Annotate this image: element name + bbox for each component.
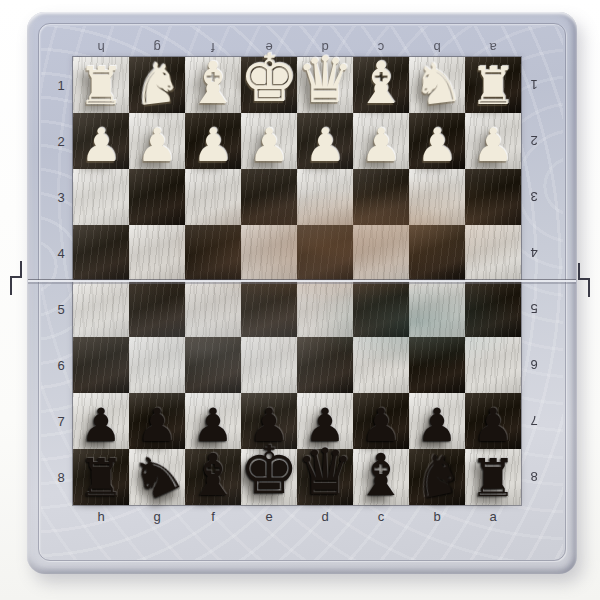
square-f6[interactable] xyxy=(185,337,241,393)
square-h5[interactable] xyxy=(73,281,129,337)
rank-label-left-2: 2 xyxy=(53,113,69,169)
piece-black-rook-h8[interactable]: ♜ xyxy=(78,452,125,504)
file-label-bottom-c: c xyxy=(353,508,409,524)
file-label-bottom-a: a xyxy=(465,508,521,524)
rank-label-right-8: 8 xyxy=(526,449,542,505)
square-d3[interactable] xyxy=(297,169,353,225)
square-a3[interactable] xyxy=(465,169,521,225)
piece-cell-h7: ♟ xyxy=(73,393,129,449)
square-g5[interactable] xyxy=(129,281,185,337)
square-d4[interactable] xyxy=(297,225,353,281)
piece-cell-a8: ♜ xyxy=(465,449,521,505)
rank-label-right-1: 1 xyxy=(526,57,542,113)
piece-cell-c1: ♝ xyxy=(353,57,409,113)
piece-cell-a1: ♜ xyxy=(465,57,521,113)
square-f3[interactable] xyxy=(185,169,241,225)
piece-cell-b1: ♞ xyxy=(409,57,465,113)
rank-label-left-7: 7 xyxy=(53,393,69,449)
piece-white-rook-a1[interactable]: ♜ xyxy=(470,60,517,112)
piece-cell-b7: ♟ xyxy=(409,393,465,449)
piece-black-rook-a8[interactable]: ♜ xyxy=(470,452,517,504)
photo-stage: 1234567812345678hgfedcbahgfedcba ♜♞♝♚♛♝♞… xyxy=(0,0,600,600)
piece-cell-e2: ♟ xyxy=(241,113,297,169)
rank-label-right-4: 4 xyxy=(526,225,542,281)
rank-label-left-4: 4 xyxy=(53,225,69,281)
rank-label-right-6: 6 xyxy=(526,337,542,393)
square-a5[interactable] xyxy=(465,281,521,337)
piece-white-knight-g1[interactable]: ♞ xyxy=(129,53,186,115)
square-c3[interactable] xyxy=(353,169,409,225)
piece-white-pawn-d2[interactable]: ♟ xyxy=(304,122,345,168)
square-c5[interactable] xyxy=(353,281,409,337)
piece-cell-b2: ♟ xyxy=(409,113,465,169)
piece-white-pawn-a2[interactable]: ♟ xyxy=(472,122,513,168)
piece-black-queen-d8[interactable]: ♛ xyxy=(296,440,353,504)
rank-label-left-6: 6 xyxy=(53,337,69,393)
file-label-bottom-h: h xyxy=(73,508,129,524)
piece-black-bishop-c8[interactable]: ♝ xyxy=(355,446,407,504)
square-h6[interactable] xyxy=(73,337,129,393)
square-g4[interactable] xyxy=(129,225,185,281)
piece-white-bishop-f1[interactable]: ♝ xyxy=(187,54,239,112)
hinge-clasp-right-icon xyxy=(576,262,592,298)
piece-black-king-e8[interactable]: ♚ xyxy=(239,438,298,504)
piece-white-pawn-e2[interactable]: ♟ xyxy=(248,122,289,168)
square-f4[interactable] xyxy=(185,225,241,281)
piece-cell-e8: ♚ xyxy=(241,449,297,505)
square-d6[interactable] xyxy=(297,337,353,393)
piece-cell-b8: ♞ xyxy=(409,449,465,505)
piece-cell-f2: ♟ xyxy=(185,113,241,169)
piece-cell-d8: ♛ xyxy=(297,449,353,505)
piece-cell-f8: ♝ xyxy=(185,449,241,505)
square-e3[interactable] xyxy=(241,169,297,225)
file-label-top-a: a xyxy=(465,40,521,56)
square-b4[interactable] xyxy=(409,225,465,281)
hinge-clasp-left-icon xyxy=(8,260,24,296)
file-label-top-h: h xyxy=(73,40,129,56)
piece-cell-d2: ♟ xyxy=(297,113,353,169)
piece-black-pawn-h7[interactable]: ♟ xyxy=(80,402,121,448)
square-g3[interactable] xyxy=(129,169,185,225)
piece-black-pawn-a7[interactable]: ♟ xyxy=(472,402,513,448)
piece-cell-g2: ♟ xyxy=(129,113,185,169)
rank-label-right-2: 2 xyxy=(526,113,542,169)
square-d5[interactable] xyxy=(297,281,353,337)
piece-white-king-e1[interactable]: ♚ xyxy=(239,46,298,112)
piece-white-queen-d1[interactable]: ♛ xyxy=(296,48,353,112)
square-b6[interactable] xyxy=(409,337,465,393)
rank-label-right-3: 3 xyxy=(526,169,542,225)
piece-cell-f1: ♝ xyxy=(185,57,241,113)
piece-white-pawn-f2[interactable]: ♟ xyxy=(192,122,233,168)
rank-label-left-8: 8 xyxy=(53,449,69,505)
file-label-bottom-f: f xyxy=(185,508,241,524)
file-label-bottom-b: b xyxy=(409,508,465,524)
piece-white-rook-h1[interactable]: ♜ xyxy=(78,60,125,112)
rank-label-right-7: 7 xyxy=(526,393,542,449)
piece-white-pawn-c2[interactable]: ♟ xyxy=(360,122,401,168)
piece-cell-g1: ♞ xyxy=(129,57,185,113)
piece-cell-a7: ♟ xyxy=(465,393,521,449)
piece-white-pawn-g2[interactable]: ♟ xyxy=(136,122,177,168)
piece-cell-d1: ♛ xyxy=(297,57,353,113)
square-b3[interactable] xyxy=(409,169,465,225)
piece-cell-c8: ♝ xyxy=(353,449,409,505)
piece-cell-h2: ♟ xyxy=(73,113,129,169)
file-label-bottom-d: d xyxy=(297,508,353,524)
piece-white-bishop-c1[interactable]: ♝ xyxy=(355,54,407,112)
piece-white-pawn-b2[interactable]: ♟ xyxy=(416,122,457,168)
square-g6[interactable] xyxy=(129,337,185,393)
square-e4[interactable] xyxy=(241,225,297,281)
fold-seam xyxy=(28,279,576,284)
piece-cell-c2: ♟ xyxy=(353,113,409,169)
square-b5[interactable] xyxy=(409,281,465,337)
piece-black-bishop-f8[interactable]: ♝ xyxy=(187,446,239,504)
square-e5[interactable] xyxy=(241,281,297,337)
piece-cell-a2: ♟ xyxy=(465,113,521,169)
rank-label-right-5: 5 xyxy=(526,281,542,337)
piece-white-knight-b1[interactable]: ♞ xyxy=(409,53,466,115)
square-h4[interactable] xyxy=(73,225,129,281)
square-c6[interactable] xyxy=(353,337,409,393)
piece-white-pawn-h2[interactable]: ♟ xyxy=(80,122,121,168)
square-f5[interactable] xyxy=(185,281,241,337)
square-a6[interactable] xyxy=(465,337,521,393)
piece-cell-e1: ♚ xyxy=(241,57,297,113)
rank-label-left-1: 1 xyxy=(53,57,69,113)
rank-label-left-3: 3 xyxy=(53,169,69,225)
square-h3[interactable] xyxy=(73,169,129,225)
file-label-bottom-e: e xyxy=(241,508,297,524)
square-c4[interactable] xyxy=(353,225,409,281)
square-e6[interactable] xyxy=(241,337,297,393)
piece-cell-h1: ♜ xyxy=(73,57,129,113)
rank-label-left-5: 5 xyxy=(53,281,69,337)
square-a4[interactable] xyxy=(465,225,521,281)
